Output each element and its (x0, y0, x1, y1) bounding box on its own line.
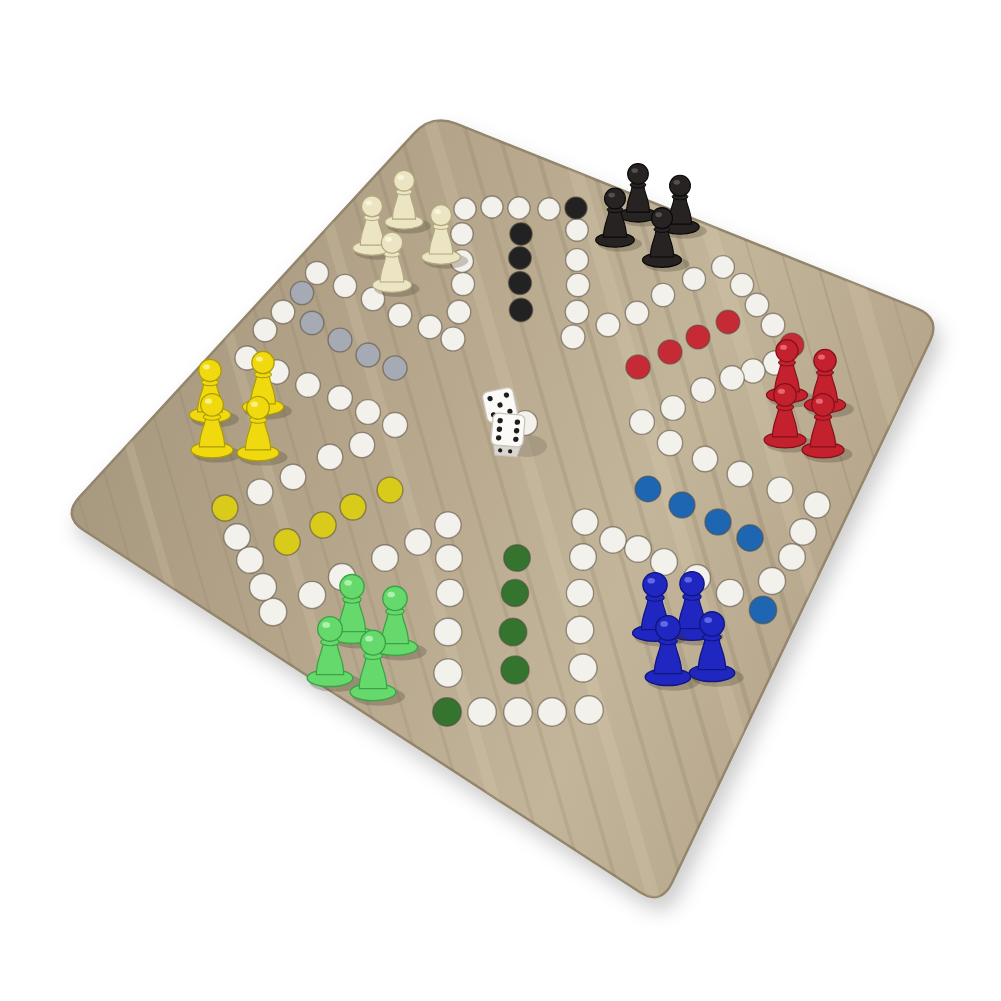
track-space[interactable] (468, 698, 497, 727)
track-space[interactable] (405, 529, 431, 555)
track-space[interactable] (566, 273, 589, 296)
track-space[interactable] (271, 300, 294, 323)
track-space[interactable] (625, 301, 648, 324)
track-space[interactable] (745, 293, 768, 316)
home-space-black-3[interactable] (509, 272, 532, 295)
track-space[interactable] (692, 446, 717, 471)
track-space[interactable] (451, 223, 473, 245)
home-space-gray-4[interactable] (383, 356, 407, 380)
start-space-black[interactable] (565, 197, 587, 219)
track-space[interactable] (569, 654, 597, 682)
track-space[interactable] (790, 519, 816, 545)
track-space[interactable] (504, 698, 533, 727)
home-space-yellow-3[interactable] (340, 494, 366, 520)
track-space[interactable] (779, 544, 806, 571)
home-space-red-1[interactable] (716, 310, 740, 334)
track-space[interactable] (436, 545, 463, 572)
home-space-red-2[interactable] (686, 325, 710, 349)
track-space[interactable] (224, 524, 250, 550)
home-space-black-2[interactable] (509, 247, 532, 270)
home-space-red-4[interactable] (626, 355, 650, 379)
home-space-black-4[interactable] (509, 298, 532, 321)
board-photo (0, 0, 1001, 1001)
home-space-gray-1[interactable] (300, 311, 324, 335)
track-space[interactable] (651, 549, 678, 576)
track-space[interactable] (388, 303, 411, 326)
track-space[interactable] (356, 400, 381, 425)
track-space[interactable] (767, 477, 793, 503)
track-space[interactable] (434, 659, 462, 687)
track-space[interactable] (565, 300, 588, 323)
track-space[interactable] (566, 219, 588, 241)
track-space[interactable] (596, 313, 620, 337)
track-space[interactable] (572, 509, 598, 535)
track-space[interactable] (651, 283, 674, 306)
track-space[interactable] (328, 386, 353, 411)
track-space[interactable] (730, 273, 753, 296)
track-space[interactable] (661, 396, 686, 421)
track-space[interactable] (436, 579, 463, 606)
track-space[interactable] (372, 545, 399, 572)
home-space-yellow-2[interactable] (310, 512, 336, 538)
track-space[interactable] (804, 492, 830, 518)
track-space[interactable] (538, 198, 560, 220)
track-space[interactable] (333, 274, 356, 297)
home-space-green-2[interactable] (501, 579, 528, 606)
track-space[interactable] (566, 249, 589, 272)
track-space[interactable] (237, 547, 264, 574)
home-space-blue-3[interactable] (669, 492, 695, 518)
track-space[interactable] (250, 574, 277, 601)
track-space[interactable] (447, 300, 470, 323)
track-space[interactable] (280, 464, 306, 490)
start-space-green[interactable] (433, 698, 462, 727)
track-space[interactable] (441, 327, 465, 351)
home-space-green-1[interactable] (504, 545, 531, 572)
home-space-yellow-1[interactable] (274, 529, 300, 555)
track-space[interactable] (683, 268, 706, 291)
home-space-yellow-4[interactable] (377, 477, 403, 503)
home-space-black-1[interactable] (510, 223, 532, 245)
track-space[interactable] (566, 579, 593, 606)
track-space[interactable] (570, 544, 597, 571)
track-space[interactable] (625, 536, 652, 563)
track-space[interactable] (691, 378, 715, 402)
track-space[interactable] (566, 616, 594, 644)
track-space[interactable] (298, 581, 325, 608)
track-space[interactable] (538, 698, 567, 727)
home-space-blue-2[interactable] (705, 509, 731, 535)
track-space[interactable] (575, 696, 604, 725)
track-space[interactable] (508, 197, 530, 219)
track-space[interactable] (481, 196, 503, 218)
track-space[interactable] (435, 512, 461, 538)
start-space-yellow[interactable] (212, 495, 238, 521)
home-space-green-4[interactable] (501, 656, 529, 684)
track-space[interactable] (761, 313, 785, 337)
track-space[interactable] (716, 579, 743, 606)
home-space-green-3[interactable] (499, 618, 527, 646)
track-space[interactable] (454, 198, 476, 220)
track-space[interactable] (600, 527, 626, 553)
track-space[interactable] (296, 373, 320, 397)
track-space[interactable] (759, 568, 786, 595)
track-space[interactable] (349, 432, 374, 457)
start-space-blue[interactable] (749, 596, 776, 623)
track-space[interactable] (712, 256, 735, 279)
track-space[interactable] (434, 618, 462, 646)
track-space[interactable] (383, 413, 408, 438)
track-space[interactable] (247, 479, 273, 505)
home-space-blue-4[interactable] (635, 476, 661, 502)
home-space-red-3[interactable] (658, 340, 682, 364)
track-space[interactable] (630, 410, 655, 435)
home-space-blue-1[interactable] (737, 525, 763, 551)
track-space[interactable] (418, 315, 442, 339)
track-space[interactable] (561, 325, 585, 349)
home-space-gray-2[interactable] (328, 328, 352, 352)
track-space[interactable] (253, 318, 277, 342)
track-space[interactable] (306, 262, 329, 285)
track-space[interactable] (727, 461, 753, 487)
track-space[interactable] (452, 273, 475, 296)
track-space[interactable] (317, 444, 342, 469)
track-space[interactable] (259, 598, 286, 625)
start-space-gray[interactable] (290, 281, 313, 304)
track-space[interactable] (720, 366, 744, 390)
track-space[interactable] (657, 430, 682, 455)
home-space-gray-3[interactable] (356, 343, 380, 367)
ludo-board-scene (0, 0, 1001, 1001)
